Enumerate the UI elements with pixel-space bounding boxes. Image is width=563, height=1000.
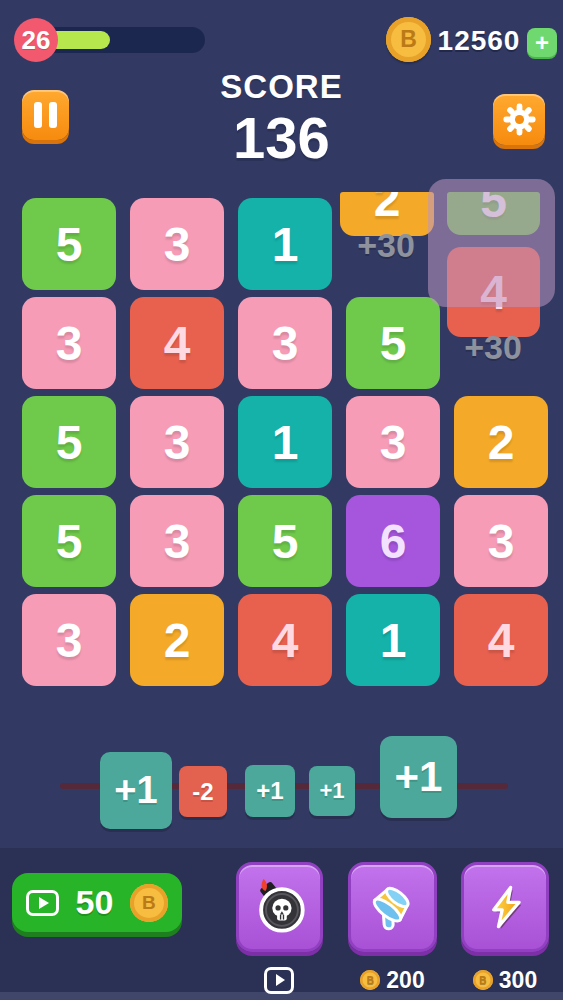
game-screen: 26 B 12560 + SCORE 136 53134355313253563… <box>0 0 563 1000</box>
tile-r1c3[interactable]: 1 <box>238 198 332 290</box>
lightning-icon <box>477 879 533 935</box>
lightning-powerup-button[interactable] <box>461 862 549 952</box>
tile-r2c3[interactable]: 3 <box>238 297 332 389</box>
tile-r5c1[interactable]: 3 <box>22 594 116 686</box>
tile-r3c5[interactable]: 2 <box>454 396 548 488</box>
tile-r4c1[interactable]: 5 <box>22 495 116 587</box>
coin-icon: B <box>360 970 380 990</box>
video-ad-icon <box>26 890 59 916</box>
lightning-cost-value: 300 <box>499 967 537 994</box>
tile-r4c3[interactable]: 5 <box>238 495 332 587</box>
lightning-cost: B 300 <box>461 968 549 992</box>
hammer-icon <box>363 877 423 937</box>
hammer-powerup-button[interactable] <box>348 862 437 952</box>
score-label: SCORE <box>0 68 563 106</box>
tile-r5c3[interactable]: 4 <box>238 594 332 686</box>
tile-r4c5[interactable]: 3 <box>454 495 548 587</box>
bomb-cost-ad <box>264 966 294 994</box>
bonus-points-label: +30 <box>438 328 548 367</box>
level-badge: 26 <box>14 18 58 62</box>
tile-r5c4[interactable]: 1 <box>346 594 440 686</box>
tile-r3c3[interactable]: 1 <box>238 396 332 488</box>
tile-r2c2[interactable]: 4 <box>130 297 224 389</box>
tile-r2c4[interactable]: 5 <box>346 297 440 389</box>
pause-icon <box>34 102 57 128</box>
gear-icon <box>503 103 536 136</box>
coin-balance: 12560 <box>434 25 524 57</box>
tile-r4c4[interactable]: 6 <box>346 495 440 587</box>
tile-r5c2[interactable]: 2 <box>130 594 224 686</box>
hammer-cost: B 200 <box>348 968 437 992</box>
queue-tile-5: +1 <box>380 736 457 818</box>
video-ad-icon <box>264 967 294 994</box>
bomb-skull-icon <box>251 878 309 936</box>
tile-r3c2[interactable]: 3 <box>130 396 224 488</box>
queue-tile-1: +1 <box>100 752 172 829</box>
tile-r1c1[interactable]: 5 <box>22 198 116 290</box>
pause-button[interactable] <box>22 90 69 140</box>
add-coins-button[interactable]: + <box>527 28 557 57</box>
tile-r1c2[interactable]: 3 <box>130 198 224 290</box>
coin-icon: B <box>473 970 493 990</box>
coin-icon: B <box>130 884 168 922</box>
hammer-cost-value: 200 <box>386 967 424 994</box>
watch-ad-coins-button[interactable]: 50 B <box>12 873 182 932</box>
coin-icon: B <box>386 17 431 62</box>
tile-r2c1[interactable]: 3 <box>22 297 116 389</box>
settings-button[interactable] <box>493 94 545 145</box>
tile-r5c5[interactable]: 4 <box>454 594 548 686</box>
tile-r3c1[interactable]: 5 <box>22 396 116 488</box>
queue-tile-4: +1 <box>309 766 355 816</box>
score-value: 136 <box>0 104 563 171</box>
ad-reward-amount: 50 <box>76 883 114 922</box>
queue-tile-2: -2 <box>179 766 227 817</box>
tile-r3c4[interactable]: 3 <box>346 396 440 488</box>
tile-r4c2[interactable]: 3 <box>130 495 224 587</box>
merge-highlight-overlay <box>428 179 555 307</box>
bomb-powerup-button[interactable] <box>236 862 323 952</box>
queue-tile-3: +1 <box>245 765 295 817</box>
bonus-points-label: +30 <box>331 226 441 265</box>
